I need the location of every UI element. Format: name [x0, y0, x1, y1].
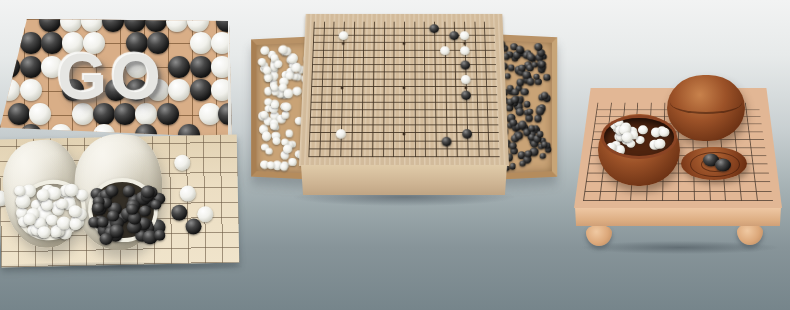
black-go-stone: [216, 10, 238, 32]
black-go-stone: [8, 103, 30, 125]
white-go-stone: [264, 74, 272, 82]
white-go-stone: [262, 132, 271, 141]
black-go-stone: [504, 73, 511, 79]
black-go-stone: [154, 230, 166, 241]
bowl-lid-seam: [670, 91, 742, 114]
white-go-stone: [69, 206, 82, 218]
white-go-stone: [292, 87, 301, 96]
black-go-stone: [168, 56, 190, 78]
black-go-stone: [145, 10, 167, 32]
white-go-stone: [274, 60, 282, 68]
white-go-stone: [69, 219, 82, 231]
hoshi-point: [403, 42, 406, 45]
black-go-stone: [509, 163, 516, 169]
closed-stone-bowl: [667, 75, 745, 141]
banner-title: GO: [57, 40, 165, 114]
hoshi-point: [403, 86, 406, 89]
black-go-stone: [20, 32, 42, 54]
black-go-stone: [537, 131, 543, 137]
black-go-stone: [39, 10, 61, 32]
black-go-stone: [124, 10, 146, 32]
white-go-stone: [638, 125, 648, 134]
black-go-stone: [540, 153, 546, 159]
white-go-stone: [282, 102, 291, 111]
white-go-stone: [270, 123, 277, 130]
table-side-face: [574, 207, 782, 226]
white-go-stone: [16, 194, 31, 208]
black-go-stone: [526, 108, 533, 114]
black-go-stone: [0, 56, 20, 78]
white-go-stone: [281, 111, 289, 119]
white-go-stone: [272, 137, 280, 145]
black-go-stone: [536, 107, 544, 115]
white-go-stone: [260, 111, 268, 119]
black-go-stone: [531, 61, 538, 68]
black-go-stone: [519, 160, 525, 166]
black-go-stone: [544, 74, 551, 80]
white-go-stone: [607, 143, 616, 152]
white-go-stone: [65, 184, 79, 197]
bowl-lid-dish: [681, 147, 747, 180]
black-go-stone: [460, 61, 470, 70]
black-go-stone: [450, 32, 460, 41]
white-go-stone: [283, 89, 293, 98]
white-go-stone: [187, 10, 209, 32]
white-go-stone: [0, 32, 20, 54]
black-go-stone: [102, 10, 124, 32]
black-go-stone: [462, 129, 472, 139]
black-go-stone: [429, 24, 439, 33]
white-go-stone: [81, 10, 103, 32]
black-go-stone: [150, 200, 161, 210]
white-go-stone: [660, 128, 669, 136]
black-go-stone: [527, 78, 535, 86]
black-go-stone: [20, 56, 42, 78]
open-stone-bowl: [598, 114, 680, 186]
black-go-stone: [99, 233, 112, 245]
white-go-stone: [37, 189, 50, 201]
black-go-stone: [190, 56, 212, 78]
black-go-stone: [715, 158, 731, 171]
white-stones-spill: [14, 182, 88, 242]
white-go-stone: [166, 10, 188, 32]
white-go-stone: [281, 163, 288, 170]
black-go-stone: [527, 53, 535, 61]
black-go-stone: [512, 88, 519, 95]
white-go-stone: [461, 75, 471, 84]
black-go-stone: [535, 43, 543, 51]
white-go-stone: [180, 185, 196, 201]
white-go-stone: [23, 213, 36, 225]
black-go-stone: [139, 205, 151, 216]
hoshi-point: [463, 42, 466, 45]
white-go-stone: [265, 147, 273, 155]
white-go-stone: [57, 198, 68, 209]
white-go-stone: [289, 158, 297, 166]
black-stones-spill: [88, 184, 166, 246]
white-go-stone: [285, 130, 293, 138]
white-go-stone: [440, 46, 450, 55]
box-side-face: [301, 165, 507, 195]
lid-black-stones: [681, 147, 747, 180]
black-go-stone: [516, 133, 523, 140]
white-go-stone: [460, 32, 470, 41]
hoshi-point: [403, 132, 406, 135]
black-go-stone: [516, 108, 524, 116]
white-go-stone: [283, 144, 292, 153]
black-go-stone: [521, 88, 529, 96]
white-go-stone: [60, 10, 82, 32]
black-go-stone: [190, 79, 212, 101]
hoshi-point: [342, 42, 345, 45]
black-go-stone: [171, 204, 187, 220]
bowl-opening: [604, 118, 675, 155]
black-go-stone: [105, 185, 118, 197]
white-go-stone: [0, 79, 20, 101]
black-go-stone: [508, 64, 515, 71]
black-go-stone: [516, 46, 523, 53]
white-go-stone: [174, 154, 190, 170]
white-go-stone: [615, 145, 625, 154]
left-board-shadow: [0, 262, 242, 271]
black-go-stone: [524, 101, 531, 108]
hoshi-point: [464, 86, 467, 89]
hoshi-point: [341, 86, 344, 89]
black-go-stone: [185, 218, 201, 234]
white-go-stone: [267, 161, 275, 169]
white-go-stone: [460, 46, 470, 55]
go-banner: GO: [0, 16, 236, 140]
white-go-stone: [29, 103, 51, 125]
white-go-stone: [190, 32, 212, 54]
white-go-stone: [41, 200, 53, 211]
black-go-stone: [534, 114, 542, 122]
banner-side-edge: [228, 16, 236, 140]
white-go-stone: [38, 226, 51, 238]
white-go-stone: [20, 79, 42, 101]
black-go-stone: [441, 136, 451, 146]
black-go-stone: [127, 204, 138, 215]
black-go-stone: [510, 119, 517, 126]
main-go-board-19x19: [299, 14, 509, 166]
white-go-stone: [654, 138, 665, 148]
black-go-stone: [461, 90, 471, 99]
go-products-collage: GO: [0, 0, 790, 310]
white-go-stone: [168, 79, 190, 101]
black-go-stone: [107, 211, 119, 222]
